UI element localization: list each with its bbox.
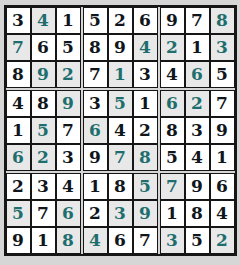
cell-r1c5[interactable]: 2 [109,8,132,33]
box-2: 526894713 [83,7,158,88]
cell-r2c8[interactable]: 1 [186,35,209,60]
cell-r3c3[interactable]: 2 [57,62,80,87]
cell-r7c5[interactable]: 8 [109,174,132,199]
cell-r5c3[interactable]: 7 [57,118,80,143]
cell-r8c7[interactable]: 1 [161,201,184,226]
cell-r1c3[interactable]: 1 [57,8,80,33]
cell-r9c8[interactable]: 5 [186,228,209,253]
cell-r6c1[interactable]: 6 [7,145,30,170]
page: 3417658925268947139782134654891576233516… [0,0,240,265]
cell-r5c9[interactable]: 9 [211,118,234,143]
cell-r9c4[interactable]: 4 [84,228,107,253]
cell-r1c6[interactable]: 6 [134,8,157,33]
cell-r7c7[interactable]: 7 [161,174,184,199]
cell-r8c4[interactable]: 2 [84,201,107,226]
cell-r7c3[interactable]: 4 [57,174,80,199]
cell-r5c4[interactable]: 6 [84,118,107,143]
cell-r8c3[interactable]: 6 [57,201,80,226]
cell-r1c7[interactable]: 9 [161,8,184,33]
cell-r2c2[interactable]: 6 [32,35,55,60]
cell-r9c5[interactable]: 6 [109,228,132,253]
cell-r6c9[interactable]: 1 [211,145,234,170]
cell-r7c6[interactable]: 5 [134,174,157,199]
cell-r3c8[interactable]: 6 [186,62,209,87]
cell-r1c9[interactable]: 8 [211,8,234,33]
cell-r4c2[interactable]: 8 [32,91,55,116]
cell-r4c5[interactable]: 5 [109,91,132,116]
cell-r3c6[interactable]: 3 [134,62,157,87]
cell-r4c3[interactable]: 9 [57,91,80,116]
cell-r6c3[interactable]: 3 [57,145,80,170]
cell-r7c9[interactable]: 6 [211,174,234,199]
cell-r4c1[interactable]: 4 [7,91,30,116]
cell-r4c7[interactable]: 6 [161,91,184,116]
box-1: 341765892 [6,7,81,88]
cell-r1c8[interactable]: 7 [186,8,209,33]
cell-r6c4[interactable]: 9 [84,145,107,170]
cell-r5c6[interactable]: 2 [134,118,157,143]
cell-r8c2[interactable]: 7 [32,201,55,226]
cell-r2c7[interactable]: 2 [161,35,184,60]
cell-r6c2[interactable]: 2 [32,145,55,170]
cell-r3c7[interactable]: 4 [161,62,184,87]
cell-r3c5[interactable]: 1 [109,62,132,87]
cell-r5c2[interactable]: 5 [32,118,55,143]
cell-r8c9[interactable]: 4 [211,201,234,226]
cell-r9c2[interactable]: 1 [32,228,55,253]
cell-r8c8[interactable]: 8 [186,201,209,226]
cell-r5c1[interactable]: 1 [7,118,30,143]
cell-r9c1[interactable]: 9 [7,228,30,253]
cell-r8c1[interactable]: 5 [7,201,30,226]
cell-r7c4[interactable]: 1 [84,174,107,199]
cell-r1c4[interactable]: 5 [84,8,107,33]
cell-r3c1[interactable]: 8 [7,62,30,87]
cell-r9c6[interactable]: 7 [134,228,157,253]
cell-r1c2[interactable]: 4 [32,8,55,33]
cell-r1c1[interactable]: 3 [7,8,30,33]
cell-r6c7[interactable]: 5 [161,145,184,170]
box-4: 489157623 [6,90,81,171]
box-9: 796184352 [160,173,235,254]
cell-r6c5[interactable]: 7 [109,145,132,170]
box-7: 234576918 [6,173,81,254]
cell-r6c8[interactable]: 4 [186,145,209,170]
cell-r2c5[interactable]: 9 [109,35,132,60]
cell-r3c2[interactable]: 9 [32,62,55,87]
cell-r5c7[interactable]: 8 [161,118,184,143]
cell-r7c2[interactable]: 3 [32,174,55,199]
sudoku-board: 3417658925268947139782134654891576233516… [4,5,237,256]
cell-r9c7[interactable]: 3 [161,228,184,253]
cell-r2c6[interactable]: 4 [134,35,157,60]
cell-r9c9[interactable]: 2 [211,228,234,253]
cell-r3c9[interactable]: 5 [211,62,234,87]
cell-r8c6[interactable]: 9 [134,201,157,226]
cell-r3c4[interactable]: 7 [84,62,107,87]
cell-r8c5[interactable]: 3 [109,201,132,226]
box-3: 978213465 [160,7,235,88]
box-6: 627839541 [160,90,235,171]
cell-r4c6[interactable]: 1 [134,91,157,116]
cell-r4c8[interactable]: 2 [186,91,209,116]
cell-r9c3[interactable]: 8 [57,228,80,253]
cell-r2c4[interactable]: 8 [84,35,107,60]
cell-r5c8[interactable]: 3 [186,118,209,143]
cell-r2c9[interactable]: 3 [211,35,234,60]
cell-r7c8[interactable]: 9 [186,174,209,199]
box-8: 185239467 [83,173,158,254]
box-5: 351642978 [83,90,158,171]
cell-r4c4[interactable]: 3 [84,91,107,116]
cell-r2c1[interactable]: 7 [7,35,30,60]
cell-r4c9[interactable]: 7 [211,91,234,116]
cell-r6c6[interactable]: 8 [134,145,157,170]
cell-r2c3[interactable]: 5 [57,35,80,60]
cell-r7c1[interactable]: 2 [7,174,30,199]
cell-r5c5[interactable]: 4 [109,118,132,143]
